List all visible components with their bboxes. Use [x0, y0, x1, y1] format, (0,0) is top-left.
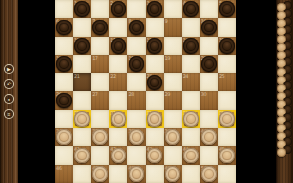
- square-31[interactable]: 31: [73, 110, 91, 128]
- white-man-square-41[interactable]: [74, 148, 90, 164]
- black-man-square-14[interactable]: [183, 38, 199, 54]
- square-number: 27: [92, 91, 97, 97]
- white-man-square-45[interactable]: [219, 148, 235, 164]
- light-square: [55, 73, 73, 91]
- square-43[interactable]: 43: [146, 146, 164, 164]
- light-square: [164, 73, 182, 91]
- black-man-square-16[interactable]: [56, 56, 72, 72]
- menu-icon: ≡: [8, 111, 11, 117]
- black-man-square-8[interactable]: [129, 20, 145, 36]
- square-32[interactable]: 32: [109, 110, 127, 128]
- light-square: [164, 146, 182, 164]
- square-number: 17: [92, 55, 97, 61]
- light-square: [200, 110, 218, 128]
- square-5[interactable]: 5: [218, 0, 236, 18]
- light-square: [73, 18, 91, 36]
- light-square: [55, 146, 73, 164]
- black-man-square-15[interactable]: [219, 38, 235, 54]
- checkers-app-window: ▶↶●≡ 12345678910111213141516171819202122…: [0, 0, 293, 183]
- light-square: [182, 128, 200, 146]
- square-number: 21: [74, 73, 79, 79]
- square-8[interactable]: 8: [127, 18, 145, 36]
- hint-button[interactable]: ●: [4, 94, 14, 104]
- black-man-square-20[interactable]: [201, 56, 217, 72]
- white-man-square-37[interactable]: [92, 129, 108, 145]
- square-42[interactable]: 42: [109, 146, 127, 164]
- black-man-square-13[interactable]: [147, 38, 163, 54]
- square-36[interactable]: 36: [55, 128, 73, 146]
- light-square: [109, 55, 127, 73]
- white-man-square-34[interactable]: [183, 111, 199, 127]
- square-46[interactable]: 46: [55, 165, 73, 183]
- draughts-board: 1234567891011121314151617181920212223242…: [55, 0, 236, 183]
- square-38[interactable]: 38: [127, 128, 145, 146]
- square-30[interactable]: 30: [200, 91, 218, 109]
- square-17[interactable]: 17: [91, 55, 109, 73]
- square-33[interactable]: 33: [146, 110, 164, 128]
- square-34[interactable]: 34: [182, 110, 200, 128]
- light-square: [73, 165, 91, 183]
- square-12[interactable]: 12: [109, 37, 127, 55]
- square-9[interactable]: 9: [164, 18, 182, 36]
- square-29[interactable]: 29: [164, 91, 182, 109]
- square-number: 30: [201, 91, 206, 97]
- light-square: [109, 128, 127, 146]
- square-4[interactable]: 4: [182, 0, 200, 18]
- square-18[interactable]: 18: [127, 55, 145, 73]
- square-14[interactable]: 14: [182, 37, 200, 55]
- black-man-square-6[interactable]: [56, 20, 72, 36]
- hint-icon: ●: [8, 97, 10, 102]
- black-man-square-5[interactable]: [219, 1, 235, 17]
- white-man-square-48[interactable]: [129, 166, 145, 182]
- square-26[interactable]: 26: [55, 91, 73, 109]
- light-square: [146, 55, 164, 73]
- square-number: 9: [165, 18, 168, 24]
- light-square: [55, 0, 73, 18]
- white-man-square-47[interactable]: [92, 166, 108, 182]
- light-square: [146, 18, 164, 36]
- square-22[interactable]: 22: [109, 73, 127, 91]
- square-number: 22: [110, 73, 115, 79]
- black-man-square-12[interactable]: [111, 38, 127, 54]
- light-square: [182, 55, 200, 73]
- square-20[interactable]: 20: [200, 55, 218, 73]
- light-square: [91, 0, 109, 18]
- square-27[interactable]: 27: [91, 91, 109, 109]
- black-man-square-10[interactable]: [201, 20, 217, 36]
- white-man-square-31[interactable]: [74, 111, 90, 127]
- light-square: [218, 55, 236, 73]
- light-square: [127, 37, 145, 55]
- square-28[interactable]: 28: [127, 91, 145, 109]
- white-man-square-49[interactable]: [165, 166, 181, 182]
- light-square: [200, 73, 218, 91]
- white-man-square-42[interactable]: [111, 148, 127, 164]
- white-man-square-38[interactable]: [129, 129, 145, 145]
- square-number: 46: [56, 165, 61, 171]
- square-40[interactable]: 40: [200, 128, 218, 146]
- white-man-square-36[interactable]: [56, 129, 72, 145]
- square-48[interactable]: 48: [127, 165, 145, 183]
- light-square: [91, 37, 109, 55]
- square-number: 25: [219, 73, 224, 79]
- black-man-square-23[interactable]: [147, 75, 163, 91]
- light-square: [146, 165, 164, 183]
- square-10[interactable]: 10: [200, 18, 218, 36]
- square-number: 28: [128, 91, 133, 97]
- square-number: 29: [165, 91, 170, 97]
- white-man-square-32[interactable]: [111, 111, 127, 127]
- white-man-square-33[interactable]: [147, 111, 163, 127]
- square-1[interactable]: 1: [73, 0, 91, 18]
- black-man-square-11[interactable]: [74, 38, 90, 54]
- white-man-square-43[interactable]: [147, 148, 163, 164]
- light-square: [146, 91, 164, 109]
- light-square: [109, 91, 127, 109]
- light-square: [55, 110, 73, 128]
- light-square: [182, 18, 200, 36]
- undo-button[interactable]: ↶: [4, 79, 14, 89]
- light-square: [127, 146, 145, 164]
- light-square: [164, 110, 182, 128]
- light-square: [164, 0, 182, 18]
- square-19[interactable]: 19: [164, 55, 182, 73]
- light-square: [218, 128, 236, 146]
- square-47[interactable]: 47: [91, 165, 109, 183]
- white-man-square-35[interactable]: [219, 111, 235, 127]
- light-square: [55, 37, 73, 55]
- square-37[interactable]: 37: [91, 128, 109, 146]
- light-square: [127, 110, 145, 128]
- light-square: [91, 110, 109, 128]
- square-number: 19: [165, 55, 170, 61]
- light-square: [91, 73, 109, 91]
- white-man-square-39[interactable]: [165, 129, 181, 145]
- square-2[interactable]: 2: [109, 0, 127, 18]
- black-man-square-4[interactable]: [183, 1, 199, 17]
- square-23[interactable]: 23: [146, 73, 164, 91]
- light-square: [127, 73, 145, 91]
- square-21[interactable]: 21: [73, 73, 91, 91]
- square-24[interactable]: 24: [182, 73, 200, 91]
- light-square: [200, 0, 218, 18]
- light-square: [164, 37, 182, 55]
- light-square: [200, 146, 218, 164]
- square-25[interactable]: 25: [218, 73, 236, 91]
- square-35[interactable]: 35: [218, 110, 236, 128]
- undo-icon: ↶: [7, 81, 11, 87]
- white-man-square-50[interactable]: [201, 166, 217, 182]
- white-man-square-44[interactable]: [183, 148, 199, 164]
- square-16[interactable]: 16: [55, 55, 73, 73]
- square-11[interactable]: 11: [73, 37, 91, 55]
- left-wood-toolbar: ▶↶●≡: [0, 0, 18, 183]
- light-square: [182, 91, 200, 109]
- light-square: [127, 0, 145, 18]
- black-man-square-2[interactable]: [111, 1, 127, 17]
- black-man-square-26[interactable]: [56, 93, 72, 109]
- square-50[interactable]: 50: [200, 165, 218, 183]
- light-square: [146, 128, 164, 146]
- light-square: [218, 91, 236, 109]
- play-button[interactable]: ▶: [4, 64, 14, 74]
- light-square: [73, 55, 91, 73]
- black-man-square-3[interactable]: [147, 1, 163, 17]
- light-square: [73, 91, 91, 109]
- square-3[interactable]: 3: [146, 0, 164, 18]
- square-44[interactable]: 44: [182, 146, 200, 164]
- square-45[interactable]: 45: [218, 146, 236, 164]
- light-square: [182, 165, 200, 183]
- light-square: [218, 18, 236, 36]
- play-icon: ▶: [7, 66, 11, 72]
- square-13[interactable]: 13: [146, 37, 164, 55]
- black-man-square-1[interactable]: [74, 1, 90, 17]
- light-square: [73, 128, 91, 146]
- black-man-square-18[interactable]: [129, 56, 145, 72]
- light-square: [109, 18, 127, 36]
- square-49[interactable]: 49: [164, 165, 182, 183]
- piece-tray: [276, 0, 293, 183]
- light-square: [200, 37, 218, 55]
- light-square: [91, 146, 109, 164]
- square-6[interactable]: 6: [55, 18, 73, 36]
- square-7[interactable]: 7: [91, 18, 109, 36]
- white-man-square-40[interactable]: [201, 129, 217, 145]
- square-39[interactable]: 39: [164, 128, 182, 146]
- light-square: [218, 165, 236, 183]
- square-41[interactable]: 41: [73, 146, 91, 164]
- tray-light-piece: [277, 148, 286, 157]
- light-square: [109, 165, 127, 183]
- black-man-square-7[interactable]: [92, 20, 108, 36]
- menu-button[interactable]: ≡: [4, 109, 14, 119]
- square-15[interactable]: 15: [218, 37, 236, 55]
- square-number: 24: [183, 73, 188, 79]
